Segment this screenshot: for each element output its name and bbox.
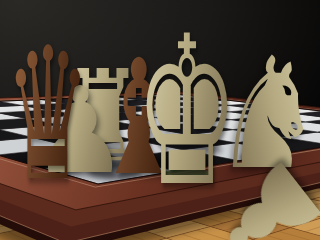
white-king-piece[interactable]: ♚ [135, 9, 238, 215]
pieces-layer: ♜♞♝♟♛♚♟ [0, 0, 320, 240]
chess-scene: ♜♞♝♟♛♚♟ [0, 0, 320, 240]
black-queen-piece[interactable]: ♛ [5, 23, 90, 206]
